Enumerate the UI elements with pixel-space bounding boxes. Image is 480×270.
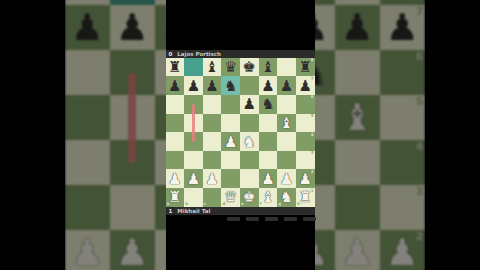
- piece-black-pawn: ♟: [187, 77, 200, 95]
- piece-white-bishop: ♝: [261, 188, 274, 206]
- playback-toolbar: [227, 217, 316, 221]
- square-e6[interactable]: ♟: [240, 95, 259, 114]
- square-h4[interactable]: 4: [296, 132, 315, 151]
- square-h1[interactable]: ♜1h: [296, 188, 315, 207]
- coordinate-label: d: [222, 202, 225, 206]
- toolbar-button[interactable]: [246, 217, 259, 221]
- square-a5[interactable]: [166, 114, 185, 133]
- coordinate-label: 6: [311, 95, 314, 99]
- piece-black-pawn: ♟: [168, 77, 181, 95]
- square-d5[interactable]: [221, 114, 240, 133]
- shorts-frame: ♜♝♛♚♝♜8♟♟♟♞♟♟♟7♟♞6♝5♟♞43♟♟♟♟♟♟2♜abc♛d♚e♝…: [0, 0, 480, 270]
- coordinate-label: h: [297, 202, 300, 206]
- piece-black-bishop: ♝: [261, 58, 274, 76]
- square-h8[interactable]: ♜8: [296, 58, 315, 77]
- coordinate-label: 1: [311, 189, 314, 193]
- video-area: 0 Lajos Portisch ♜♝♛♚♝♜8♟♟♟♞♟♟♟7♟♞6♝5♟♞4…: [166, 0, 315, 270]
- square-e2[interactable]: [240, 169, 259, 188]
- square-f5[interactable]: [259, 114, 278, 133]
- toolbar-button[interactable]: [265, 217, 278, 221]
- square-f8[interactable]: ♝: [259, 58, 278, 77]
- square-f7[interactable]: ♟: [259, 76, 278, 95]
- square-d4[interactable]: ♟: [221, 132, 240, 151]
- square-g3[interactable]: [277, 151, 296, 170]
- coordinate-label: g: [278, 202, 281, 206]
- square-e4[interactable]: ♞: [240, 132, 259, 151]
- piece-white-king: ♚: [243, 188, 256, 206]
- square-f3[interactable]: [259, 151, 278, 170]
- square-b7[interactable]: ♟: [184, 76, 203, 95]
- piece-black-pawn: ♟: [205, 77, 218, 95]
- piece-black-king: ♚: [243, 58, 256, 76]
- square-d3[interactable]: [221, 151, 240, 170]
- square-a2[interactable]: ♟: [166, 169, 185, 188]
- square-d8[interactable]: ♛: [221, 58, 240, 77]
- move-arrow: [192, 104, 195, 141]
- square-c3[interactable]: [203, 151, 222, 170]
- square-h5[interactable]: 5: [296, 114, 315, 133]
- square-b1[interactable]: b: [184, 188, 203, 207]
- square-c2[interactable]: ♟: [203, 169, 222, 188]
- square-d7[interactable]: ♞: [221, 76, 240, 95]
- coordinate-label: 4: [311, 133, 314, 137]
- square-g2[interactable]: ♟: [277, 169, 296, 188]
- square-c6[interactable]: [203, 95, 222, 114]
- square-c4[interactable]: [203, 132, 222, 151]
- square-b8[interactable]: [184, 58, 203, 77]
- square-g8[interactable]: [277, 58, 296, 77]
- square-a1[interactable]: ♜a: [166, 188, 185, 207]
- piece-black-knight: ♞: [224, 77, 237, 95]
- piece-white-knight: ♞: [280, 188, 293, 206]
- player-score-top: 0: [169, 51, 173, 57]
- piece-white-pawn: ♟: [205, 170, 218, 188]
- piece-white-rook: ♜: [168, 188, 181, 206]
- piece-white-pawn: ♟: [168, 170, 181, 188]
- coordinate-label: a: [167, 202, 170, 206]
- square-g4[interactable]: [277, 132, 296, 151]
- coordinate-label: f: [260, 202, 262, 206]
- left-black-bar: [0, 0, 65, 270]
- square-d6[interactable]: [221, 95, 240, 114]
- piece-black-rook: ♜: [168, 58, 181, 76]
- player-bar-bottom: 1 Mikhail Tal: [166, 207, 315, 215]
- right-black-bar: [425, 0, 480, 270]
- piece-white-pawn: ♟: [224, 133, 237, 151]
- square-h2[interactable]: ♟2: [296, 169, 315, 188]
- square-d2[interactable]: [221, 169, 240, 188]
- square-e8[interactable]: ♚: [240, 58, 259, 77]
- square-a6[interactable]: [166, 95, 185, 114]
- square-b3[interactable]: [184, 151, 203, 170]
- toolbar-button[interactable]: [284, 217, 297, 221]
- coordinate-label: b: [185, 202, 188, 206]
- square-h3[interactable]: 3: [296, 151, 315, 170]
- square-f1[interactable]: ♝f: [259, 188, 278, 207]
- piece-white-queen: ♛: [224, 188, 237, 206]
- chess-board[interactable]: ♜♝♛♚♝♜8♟♟♟♞♟♟♟7♟♞6♝5♟♞43♟♟♟♟♟♟2♜abc♛d♚e♝…: [166, 58, 315, 207]
- board-wrap: ♜♝♛♚♝♜8♟♟♟♞♟♟♟7♟♞6♝5♟♞43♟♟♟♟♟♟2♜abc♛d♚e♝…: [166, 58, 315, 207]
- piece-black-knight: ♞: [261, 95, 274, 113]
- square-f4[interactable]: [259, 132, 278, 151]
- square-e5[interactable]: [240, 114, 259, 133]
- coordinate-label: 3: [311, 151, 314, 155]
- square-c7[interactable]: ♟: [203, 76, 222, 95]
- coordinate-label: 7: [311, 77, 314, 81]
- piece-white-knight: ♞: [243, 133, 256, 151]
- square-g7[interactable]: ♟: [277, 76, 296, 95]
- coordinate-label: c: [204, 202, 206, 206]
- player-bar-top: 0 Lajos Portisch: [166, 50, 315, 58]
- square-g6[interactable]: [277, 95, 296, 114]
- piece-white-pawn: ♟: [261, 170, 274, 188]
- square-h6[interactable]: 6: [296, 95, 315, 114]
- square-c1[interactable]: c: [203, 188, 222, 207]
- square-a8[interactable]: ♜: [166, 58, 185, 77]
- square-e7[interactable]: [240, 76, 259, 95]
- piece-black-queen: ♛: [224, 58, 237, 76]
- square-c5[interactable]: [203, 114, 222, 133]
- piece-black-bishop: ♝: [205, 58, 218, 76]
- square-a7[interactable]: ♟: [166, 76, 185, 95]
- square-e1[interactable]: ♚e: [240, 188, 259, 207]
- square-h7[interactable]: ♟7: [296, 76, 315, 95]
- square-a4[interactable]: [166, 132, 185, 151]
- piece-white-pawn: ♟: [280, 170, 293, 188]
- square-f2[interactable]: ♟: [259, 169, 278, 188]
- piece-black-pawn: ♟: [261, 77, 274, 95]
- player-name-top: Lajos Portisch: [177, 51, 221, 57]
- square-e3[interactable]: [240, 151, 259, 170]
- coordinate-label: 8: [311, 58, 314, 62]
- coordinate-label: 2: [311, 170, 314, 174]
- square-g1[interactable]: ♞g: [277, 188, 296, 207]
- coordinate-label: e: [241, 202, 244, 206]
- square-d1[interactable]: ♛d: [221, 188, 240, 207]
- square-f6[interactable]: ♞: [259, 95, 278, 114]
- square-c8[interactable]: ♝: [203, 58, 222, 77]
- toolbar-button[interactable]: [227, 217, 240, 221]
- square-a3[interactable]: [166, 151, 185, 170]
- square-b2[interactable]: ♟: [184, 169, 203, 188]
- piece-white-bishop: ♝: [280, 114, 293, 132]
- toolbar-button[interactable]: [303, 217, 316, 221]
- player-name-bottom: Mikhail Tal: [177, 208, 210, 214]
- square-g5[interactable]: ♝: [277, 114, 296, 133]
- piece-white-pawn: ♟: [187, 170, 200, 188]
- player-score-bottom: 1: [169, 208, 173, 214]
- coordinate-label: 5: [311, 114, 314, 118]
- piece-black-pawn: ♟: [243, 95, 256, 113]
- piece-black-pawn: ♟: [280, 77, 293, 95]
